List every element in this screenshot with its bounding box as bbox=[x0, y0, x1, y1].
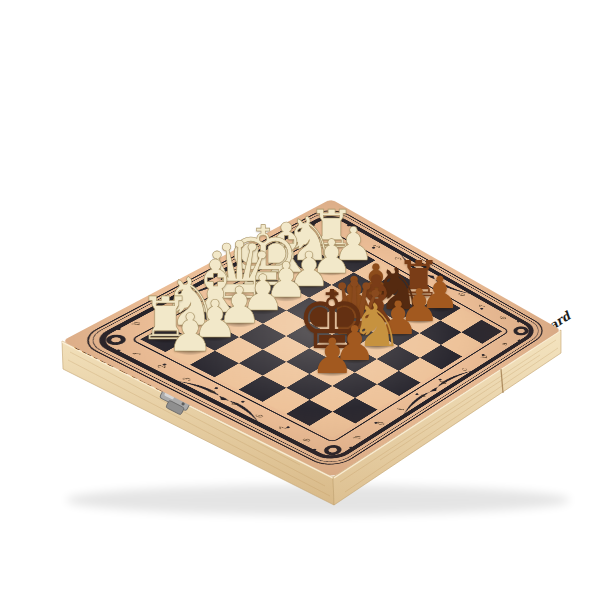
coordinate-label-g: g bbox=[375, 421, 384, 427]
product-photo-stage: Chess Board Chess Board Chess Board. Che… bbox=[0, 0, 600, 600]
coordinate-label-8: 8 bbox=[302, 437, 312, 443]
coordinate-label-d: d bbox=[439, 380, 448, 386]
coordinate-label-e: e bbox=[418, 393, 427, 399]
coordinate-label-7: 7 bbox=[279, 425, 289, 431]
coordinate-label-5: 5 bbox=[231, 401, 241, 407]
coordinate-label-6: 6 bbox=[255, 413, 265, 419]
piece-wP-h2[interactable]: ♟ bbox=[167, 307, 214, 360]
coordinate-label-b: b bbox=[480, 354, 489, 359]
coordinate-label-h: h bbox=[353, 435, 363, 441]
piece-bP-f6[interactable]: ♟ bbox=[310, 332, 354, 381]
coordinate-label-a: a bbox=[500, 342, 509, 347]
coordinate-label-f: f bbox=[397, 407, 406, 413]
coordinate-label-8: 8 bbox=[499, 316, 508, 321]
coordinate-label-c: c bbox=[460, 367, 469, 372]
coordinate-label-7: 7 bbox=[479, 304, 488, 309]
coordinate-label-4: 4 bbox=[207, 389, 217, 395]
coordinate-label-3: 3 bbox=[182, 377, 193, 383]
coordinate-label-2: 2 bbox=[157, 364, 168, 370]
